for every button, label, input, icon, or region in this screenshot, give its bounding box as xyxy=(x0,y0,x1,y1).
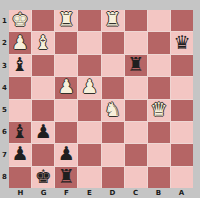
chess-board-frame: 12345678 ♚♜♜♟♝♛♝♜♟♟♞♛♝♟♟♟♚♜ HGFEDCBA xyxy=(0,0,200,198)
square-a3[interactable] xyxy=(171,55,193,76)
square-h2[interactable]: ♟ xyxy=(9,32,31,53)
square-f5[interactable] xyxy=(55,100,77,121)
square-b4[interactable] xyxy=(148,77,170,98)
rank-labels: 12345678 xyxy=(0,10,9,188)
square-f8[interactable]: ♜ xyxy=(55,167,77,188)
square-f1[interactable]: ♜ xyxy=(55,10,77,31)
square-e6[interactable] xyxy=(78,122,100,143)
square-d7[interactable] xyxy=(102,144,124,165)
square-a8[interactable] xyxy=(171,167,193,188)
square-c1[interactable] xyxy=(125,10,147,31)
square-e1[interactable] xyxy=(78,10,100,31)
square-g8[interactable]: ♚ xyxy=(32,167,54,188)
square-b8[interactable] xyxy=(148,167,170,188)
rank-label: 8 xyxy=(0,166,9,188)
square-h1[interactable]: ♚ xyxy=(9,10,31,31)
square-h4[interactable] xyxy=(9,77,31,98)
black-rook-piece: ♜ xyxy=(127,55,144,74)
file-label: H xyxy=(9,187,32,198)
white-rook-piece: ♜ xyxy=(104,10,121,29)
square-g4[interactable] xyxy=(32,77,54,98)
black-king-piece: ♚ xyxy=(35,167,52,186)
black-rook-piece: ♜ xyxy=(58,167,75,186)
square-d6[interactable] xyxy=(102,122,124,143)
file-label: B xyxy=(147,187,170,198)
square-d2[interactable] xyxy=(102,32,124,53)
square-g2[interactable]: ♝ xyxy=(32,32,54,53)
square-e8[interactable] xyxy=(78,167,100,188)
black-pawn-piece: ♟ xyxy=(12,144,29,163)
square-c7[interactable] xyxy=(125,144,147,165)
square-g3[interactable] xyxy=(32,55,54,76)
file-label: A xyxy=(170,187,193,198)
square-b1[interactable] xyxy=(148,10,170,31)
file-label: D xyxy=(101,187,124,198)
square-e7[interactable] xyxy=(78,144,100,165)
rank-label: 7 xyxy=(0,144,9,166)
square-g5[interactable] xyxy=(32,100,54,121)
square-c8[interactable] xyxy=(125,167,147,188)
square-a4[interactable] xyxy=(171,77,193,98)
white-rook-piece: ♜ xyxy=(58,10,75,29)
square-b5[interactable]: ♛ xyxy=(148,100,170,121)
square-a6[interactable] xyxy=(171,122,193,143)
square-d8[interactable] xyxy=(102,167,124,188)
file-label: C xyxy=(124,187,147,198)
square-h7[interactable]: ♟ xyxy=(9,144,31,165)
square-e3[interactable] xyxy=(78,55,100,76)
square-d1[interactable]: ♜ xyxy=(102,10,124,31)
square-g6[interactable]: ♟ xyxy=(32,122,54,143)
square-c4[interactable] xyxy=(125,77,147,98)
white-pawn-piece: ♟ xyxy=(12,33,29,52)
square-c5[interactable] xyxy=(125,100,147,121)
square-b6[interactable] xyxy=(148,122,170,143)
square-b7[interactable] xyxy=(148,144,170,165)
square-f3[interactable] xyxy=(55,55,77,76)
square-a2[interactable]: ♛ xyxy=(171,32,193,53)
square-e5[interactable] xyxy=(78,100,100,121)
white-bishop-piece: ♝ xyxy=(35,33,52,52)
white-pawn-piece: ♟ xyxy=(81,77,98,96)
square-a7[interactable] xyxy=(171,144,193,165)
rank-label: 6 xyxy=(0,121,9,143)
file-labels: HGFEDCBA xyxy=(9,187,193,198)
square-h3[interactable]: ♝ xyxy=(9,55,31,76)
white-pawn-piece: ♟ xyxy=(58,77,75,96)
square-c3[interactable]: ♜ xyxy=(125,55,147,76)
square-e2[interactable] xyxy=(78,32,100,53)
black-bishop-piece: ♝ xyxy=(12,55,29,74)
white-king-piece: ♚ xyxy=(12,10,29,29)
file-label: G xyxy=(32,187,55,198)
square-e4[interactable]: ♟ xyxy=(78,77,100,98)
black-queen-piece: ♛ xyxy=(173,33,190,52)
square-g7[interactable] xyxy=(32,144,54,165)
file-label: F xyxy=(55,187,78,198)
black-bishop-piece: ♝ xyxy=(12,122,29,141)
rank-label: 3 xyxy=(0,55,9,77)
white-knight-piece: ♞ xyxy=(104,100,121,119)
rank-label: 5 xyxy=(0,99,9,121)
square-d3[interactable] xyxy=(102,55,124,76)
square-b3[interactable] xyxy=(148,55,170,76)
square-d4[interactable] xyxy=(102,77,124,98)
square-a5[interactable] xyxy=(171,100,193,121)
square-f2[interactable] xyxy=(55,32,77,53)
black-pawn-piece: ♟ xyxy=(58,144,75,163)
white-queen-piece: ♛ xyxy=(150,100,167,119)
square-f4[interactable]: ♟ xyxy=(55,77,77,98)
square-h6[interactable]: ♝ xyxy=(9,122,31,143)
rank-label: 4 xyxy=(0,77,9,99)
square-c2[interactable] xyxy=(125,32,147,53)
square-g1[interactable] xyxy=(32,10,54,31)
chess-board: ♚♜♜♟♝♛♝♜♟♟♞♛♝♟♟♟♚♜ xyxy=(9,10,193,188)
square-a1[interactable] xyxy=(171,10,193,31)
file-label: E xyxy=(78,187,101,198)
square-b2[interactable] xyxy=(148,32,170,53)
rank-label: 2 xyxy=(0,32,9,54)
square-d5[interactable]: ♞ xyxy=(102,100,124,121)
rank-label: 1 xyxy=(0,10,9,32)
square-c6[interactable] xyxy=(125,122,147,143)
square-h8[interactable] xyxy=(9,167,31,188)
square-f7[interactable]: ♟ xyxy=(55,144,77,165)
black-pawn-piece: ♟ xyxy=(35,122,52,141)
square-h5[interactable] xyxy=(9,100,31,121)
square-f6[interactable] xyxy=(55,122,77,143)
